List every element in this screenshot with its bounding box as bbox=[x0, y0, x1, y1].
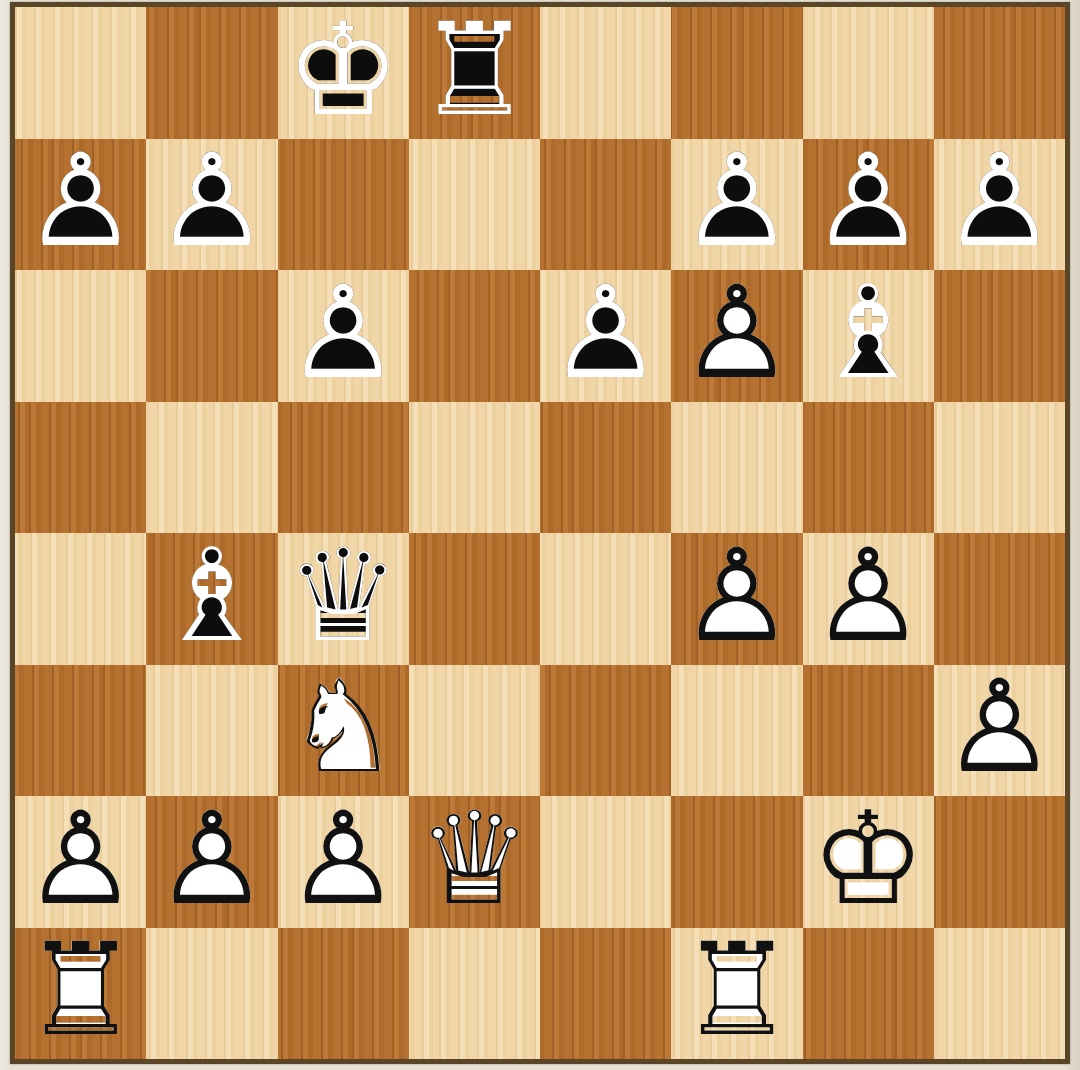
square-d7[interactable] bbox=[409, 139, 540, 271]
square-g8[interactable] bbox=[803, 7, 934, 139]
square-e5[interactable] bbox=[540, 402, 671, 534]
white-pawn[interactable]: ♟♙ bbox=[671, 270, 802, 399]
square-b4[interactable]: ♝♗ bbox=[146, 533, 277, 665]
white-knight[interactable]: ♞♘ bbox=[278, 665, 409, 794]
square-c5[interactable] bbox=[278, 402, 409, 534]
white-pawn-outline-icon: ♙ bbox=[803, 533, 934, 662]
square-c3[interactable]: ♞♘ bbox=[278, 665, 409, 797]
square-a7[interactable]: ♟♙ bbox=[15, 139, 146, 271]
black-pawn[interactable]: ♟♙ bbox=[278, 270, 409, 399]
square-e4[interactable] bbox=[540, 533, 671, 665]
square-a1[interactable]: ♜♖ bbox=[15, 928, 146, 1060]
square-d1[interactable] bbox=[409, 928, 540, 1060]
square-g5[interactable] bbox=[803, 402, 934, 534]
square-c8[interactable]: ♚♔ bbox=[278, 7, 409, 139]
black-rook[interactable]: ♜♖ bbox=[409, 7, 540, 136]
black-queen-outline-icon: ♕ bbox=[278, 533, 409, 662]
square-c7[interactable] bbox=[278, 139, 409, 271]
white-rook[interactable]: ♜♖ bbox=[671, 928, 802, 1057]
square-b3[interactable] bbox=[146, 665, 277, 797]
white-rook[interactable]: ♜♖ bbox=[15, 928, 146, 1057]
white-queen-outline-icon: ♕ bbox=[409, 796, 540, 925]
black-pawn[interactable]: ♟♙ bbox=[540, 270, 671, 399]
white-pawn[interactable]: ♟♙ bbox=[15, 796, 146, 925]
square-f1[interactable]: ♜♖ bbox=[671, 928, 802, 1060]
black-pawn[interactable]: ♟♙ bbox=[15, 139, 146, 268]
square-f8[interactable] bbox=[671, 7, 802, 139]
square-d8[interactable]: ♜♖ bbox=[409, 7, 540, 139]
square-h5[interactable] bbox=[934, 402, 1065, 534]
square-g3[interactable] bbox=[803, 665, 934, 797]
white-pawn-outline-icon: ♙ bbox=[15, 796, 146, 925]
square-b7[interactable]: ♟♙ bbox=[146, 139, 277, 271]
page-background: ♚♔♜♖♟♙♟♙♟♙♟♙♟♙♟♙♟♙♟♙♝♗♝♗♛♕♟♙♟♙♞♘♟♙♟♙♟♙♟♙… bbox=[0, 0, 1080, 1070]
black-pawn-outline-icon: ♙ bbox=[803, 139, 934, 268]
black-bishop-outline-icon: ♗ bbox=[803, 270, 934, 399]
square-d4[interactable] bbox=[409, 533, 540, 665]
black-pawn-outline-icon: ♙ bbox=[671, 139, 802, 268]
white-pawn-outline-icon: ♙ bbox=[671, 533, 802, 662]
square-c2[interactable]: ♟♙ bbox=[278, 796, 409, 928]
black-king[interactable]: ♚♔ bbox=[278, 7, 409, 136]
white-king-outline-icon: ♔ bbox=[803, 796, 934, 925]
black-pawn-outline-icon: ♙ bbox=[278, 270, 409, 399]
white-rook-outline-icon: ♖ bbox=[15, 928, 146, 1057]
white-pawn-outline-icon: ♙ bbox=[278, 796, 409, 925]
square-e2[interactable] bbox=[540, 796, 671, 928]
square-a2[interactable]: ♟♙ bbox=[15, 796, 146, 928]
square-a5[interactable] bbox=[15, 402, 146, 534]
square-g2[interactable]: ♚♔ bbox=[803, 796, 934, 928]
square-f2[interactable] bbox=[671, 796, 802, 928]
square-e8[interactable] bbox=[540, 7, 671, 139]
square-b1[interactable] bbox=[146, 928, 277, 1060]
square-h2[interactable] bbox=[934, 796, 1065, 928]
square-e1[interactable] bbox=[540, 928, 671, 1060]
square-h3[interactable]: ♟♙ bbox=[934, 665, 1065, 797]
square-h4[interactable] bbox=[934, 533, 1065, 665]
square-a8[interactable] bbox=[15, 7, 146, 139]
white-knight-outline-icon: ♘ bbox=[278, 665, 409, 794]
square-d5[interactable] bbox=[409, 402, 540, 534]
square-c1[interactable] bbox=[278, 928, 409, 1060]
square-c4[interactable]: ♛♕ bbox=[278, 533, 409, 665]
square-a3[interactable] bbox=[15, 665, 146, 797]
white-pawn[interactable]: ♟♙ bbox=[671, 533, 802, 662]
black-pawn-outline-icon: ♙ bbox=[540, 270, 671, 399]
square-e7[interactable] bbox=[540, 139, 671, 271]
square-d6[interactable] bbox=[409, 270, 540, 402]
square-d3[interactable] bbox=[409, 665, 540, 797]
white-queen[interactable]: ♛♕ bbox=[409, 796, 540, 925]
black-pawn[interactable]: ♟♙ bbox=[146, 139, 277, 268]
black-pawn[interactable]: ♟♙ bbox=[671, 139, 802, 268]
square-b8[interactable] bbox=[146, 7, 277, 139]
square-g6[interactable]: ♝♗ bbox=[803, 270, 934, 402]
square-e3[interactable] bbox=[540, 665, 671, 797]
square-b6[interactable] bbox=[146, 270, 277, 402]
white-rook-outline-icon: ♖ bbox=[671, 928, 802, 1057]
white-pawn[interactable]: ♟♙ bbox=[803, 533, 934, 662]
square-f3[interactable] bbox=[671, 665, 802, 797]
square-d2[interactable]: ♛♕ bbox=[409, 796, 540, 928]
square-b2[interactable]: ♟♙ bbox=[146, 796, 277, 928]
black-pawn[interactable]: ♟♙ bbox=[934, 139, 1065, 268]
square-g4[interactable]: ♟♙ bbox=[803, 533, 934, 665]
black-bishop[interactable]: ♝♗ bbox=[146, 533, 277, 662]
black-king-outline-icon: ♔ bbox=[278, 7, 409, 136]
square-c6[interactable]: ♟♙ bbox=[278, 270, 409, 402]
white-pawn[interactable]: ♟♙ bbox=[934, 665, 1065, 794]
chess-board: ♚♔♜♖♟♙♟♙♟♙♟♙♟♙♟♙♟♙♟♙♝♗♝♗♛♕♟♙♟♙♞♘♟♙♟♙♟♙♟♙… bbox=[10, 2, 1070, 1064]
white-pawn-outline-icon: ♙ bbox=[934, 665, 1065, 794]
square-g7[interactable]: ♟♙ bbox=[803, 139, 934, 271]
white-pawn-outline-icon: ♙ bbox=[146, 796, 277, 925]
square-f4[interactable]: ♟♙ bbox=[671, 533, 802, 665]
square-a4[interactable] bbox=[15, 533, 146, 665]
square-f5[interactable] bbox=[671, 402, 802, 534]
black-pawn[interactable]: ♟♙ bbox=[803, 139, 934, 268]
square-f7[interactable]: ♟♙ bbox=[671, 139, 802, 271]
black-bishop-outline-icon: ♗ bbox=[146, 533, 277, 662]
square-e6[interactable]: ♟♙ bbox=[540, 270, 671, 402]
square-h6[interactable] bbox=[934, 270, 1065, 402]
square-h1[interactable] bbox=[934, 928, 1065, 1060]
square-h8[interactable] bbox=[934, 7, 1065, 139]
black-rook-outline-icon: ♖ bbox=[409, 7, 540, 136]
black-pawn-outline-icon: ♙ bbox=[146, 139, 277, 268]
square-b5[interactable] bbox=[146, 402, 277, 534]
black-pawn-outline-icon: ♙ bbox=[15, 139, 146, 268]
white-pawn-outline-icon: ♙ bbox=[671, 270, 802, 399]
white-pawn[interactable]: ♟♙ bbox=[278, 796, 409, 925]
black-bishop[interactable]: ♝♗ bbox=[803, 270, 934, 399]
square-f6[interactable]: ♟♙ bbox=[671, 270, 802, 402]
black-pawn-outline-icon: ♙ bbox=[934, 139, 1065, 268]
square-a6[interactable] bbox=[15, 270, 146, 402]
black-queen[interactable]: ♛♕ bbox=[278, 533, 409, 662]
white-pawn[interactable]: ♟♙ bbox=[146, 796, 277, 925]
white-king[interactable]: ♚♔ bbox=[803, 796, 934, 925]
square-g1[interactable] bbox=[803, 928, 934, 1060]
square-h7[interactable]: ♟♙ bbox=[934, 139, 1065, 271]
